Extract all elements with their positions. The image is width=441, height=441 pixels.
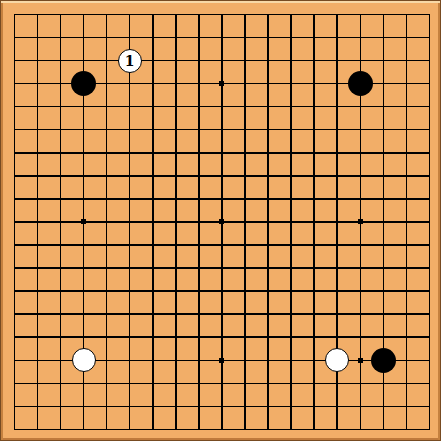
grid-line-vertical bbox=[290, 14, 292, 431]
grid-line-horizontal bbox=[14, 313, 431, 315]
hoshi-point bbox=[358, 219, 363, 224]
grid-line-vertical bbox=[429, 14, 431, 431]
stone-white-d4 bbox=[72, 348, 96, 372]
move-number-label: 1 bbox=[125, 53, 135, 67]
hoshi-point bbox=[81, 219, 86, 224]
grid-line-horizontal bbox=[14, 244, 431, 246]
hoshi-point bbox=[219, 81, 224, 86]
grid-line-horizontal bbox=[14, 406, 431, 408]
hoshi-point bbox=[219, 358, 224, 363]
grid-line-horizontal bbox=[14, 267, 431, 269]
grid-line-vertical bbox=[244, 14, 246, 431]
go-board[interactable]: 1 bbox=[0, 0, 441, 441]
stone-black-r4 bbox=[371, 348, 396, 373]
grid-line-horizontal bbox=[14, 383, 431, 385]
stone-black-q16 bbox=[348, 71, 373, 96]
grid-line-horizontal bbox=[14, 290, 431, 292]
grid-line-vertical bbox=[406, 14, 408, 431]
stone-white-p4 bbox=[325, 348, 349, 372]
grid-line-horizontal bbox=[14, 336, 431, 338]
hoshi-point bbox=[219, 219, 224, 224]
stone-white-f17: 1 bbox=[118, 49, 142, 73]
stone-black-d16 bbox=[71, 71, 96, 96]
grid-line-horizontal bbox=[14, 429, 431, 431]
hoshi-point bbox=[358, 358, 363, 363]
grid-line-vertical bbox=[313, 14, 315, 431]
grid-line-vertical bbox=[267, 14, 269, 431]
